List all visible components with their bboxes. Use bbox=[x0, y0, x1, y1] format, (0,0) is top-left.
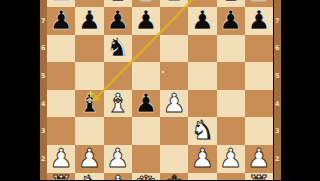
white-pawn-b2[interactable]: ♟ bbox=[78, 144, 101, 170]
square-f4[interactable] bbox=[188, 90, 216, 118]
rank-label-5-right: 5 bbox=[274, 72, 282, 80]
square-a4[interactable] bbox=[47, 90, 75, 118]
square-f2[interactable]: ♟ bbox=[188, 145, 216, 173]
white-pawn-f2[interactable]: ♟ bbox=[191, 144, 214, 170]
square-e3[interactable] bbox=[160, 117, 188, 145]
black-pawn-f7[interactable]: ♟ bbox=[191, 6, 214, 32]
white-bishop-c4[interactable]: ♝ bbox=[106, 89, 129, 115]
square-e5[interactable] bbox=[160, 62, 188, 90]
square-d4[interactable]: ♟ bbox=[132, 90, 160, 118]
black-pawn-c7[interactable]: ♟ bbox=[106, 6, 129, 32]
square-e7[interactable] bbox=[160, 7, 188, 35]
square-h3[interactable] bbox=[245, 117, 273, 145]
board-frame-right: 87654321 bbox=[274, 0, 282, 180]
square-f3[interactable]: ♞ bbox=[188, 117, 216, 145]
square-a2[interactable]: ♟ bbox=[47, 145, 75, 173]
square-f1[interactable] bbox=[188, 173, 216, 181]
square-c1[interactable]: ♝ bbox=[104, 173, 132, 181]
square-b4[interactable]: ♝ bbox=[75, 90, 103, 118]
square-a3[interactable] bbox=[47, 117, 75, 145]
rank-label-6-right: 6 bbox=[274, 44, 282, 52]
black-knight-c6[interactable]: ♞ bbox=[106, 34, 129, 60]
white-pawn-e4[interactable]: ♟ bbox=[162, 89, 185, 115]
square-f5[interactable] bbox=[188, 62, 216, 90]
square-c4[interactable]: ♝ bbox=[104, 90, 132, 118]
square-d3[interactable] bbox=[132, 117, 160, 145]
square-b6[interactable] bbox=[75, 35, 103, 63]
rank-label-6-left: 6 bbox=[40, 44, 48, 52]
white-knight-b1[interactable]: ♞ bbox=[78, 172, 101, 180]
square-c5[interactable] bbox=[104, 62, 132, 90]
square-a5[interactable] bbox=[47, 62, 75, 90]
square-d6[interactable] bbox=[132, 35, 160, 63]
square-b7[interactable]: ♟ bbox=[75, 7, 103, 35]
square-a1[interactable]: ♜ bbox=[47, 173, 75, 181]
square-e8[interactable]: ♚ bbox=[160, 0, 188, 7]
rank-label-7-left: 7 bbox=[40, 17, 48, 25]
black-bishop-b4[interactable]: ♝ bbox=[78, 89, 101, 115]
white-bishop-c1[interactable]: ♝ bbox=[106, 172, 129, 180]
square-c3[interactable] bbox=[104, 117, 132, 145]
board: ♜♝♛♚♞♜♟♟♟♟♟♟♟♞♝♝♟♟♞♟♟♟♟♟♟♜♞♝♛♚♜ bbox=[47, 0, 273, 180]
square-c7[interactable]: ♟ bbox=[104, 7, 132, 35]
square-c2[interactable]: ♟ bbox=[104, 145, 132, 173]
square-h5[interactable] bbox=[245, 62, 273, 90]
square-h6[interactable] bbox=[245, 35, 273, 63]
square-g2[interactable]: ♟ bbox=[217, 145, 245, 173]
black-pawn-d7[interactable]: ♟ bbox=[134, 6, 157, 32]
white-queen-d1[interactable]: ♛ bbox=[134, 172, 157, 180]
square-b2[interactable]: ♟ bbox=[75, 145, 103, 173]
white-king-e1[interactable]: ♚ bbox=[162, 172, 185, 180]
square-h1[interactable]: ♜ bbox=[245, 173, 273, 181]
rank-label-7-right: 7 bbox=[274, 17, 282, 25]
black-pawn-b7[interactable]: ♟ bbox=[78, 6, 101, 32]
rank-label-2-left: 2 bbox=[40, 155, 48, 163]
white-rook-a1[interactable]: ♜ bbox=[49, 172, 72, 180]
white-rook-h1[interactable]: ♜ bbox=[247, 172, 270, 180]
white-pawn-c2[interactable]: ♟ bbox=[106, 144, 129, 170]
black-pawn-d4[interactable]: ♟ bbox=[134, 89, 157, 115]
rank-label-4-right: 4 bbox=[274, 100, 282, 108]
square-d1[interactable]: ♛ bbox=[132, 173, 160, 181]
black-pawn-h7[interactable]: ♟ bbox=[247, 6, 270, 32]
rank-label-5-left: 5 bbox=[40, 72, 48, 80]
square-b5[interactable] bbox=[75, 62, 103, 90]
rank-label-3-right: 3 bbox=[274, 127, 282, 135]
white-pawn-g2[interactable]: ♟ bbox=[219, 144, 242, 170]
square-g6[interactable] bbox=[217, 35, 245, 63]
square-g3[interactable] bbox=[217, 117, 245, 145]
square-h7[interactable]: ♟ bbox=[245, 7, 273, 35]
black-pawn-g7[interactable]: ♟ bbox=[219, 6, 242, 32]
square-d5[interactable] bbox=[132, 62, 160, 90]
square-e2[interactable] bbox=[160, 145, 188, 173]
square-e4[interactable]: ♟ bbox=[160, 90, 188, 118]
square-a7[interactable]: ♟ bbox=[47, 7, 75, 35]
rank-label-4-left: 4 bbox=[40, 100, 48, 108]
square-d2[interactable] bbox=[132, 145, 160, 173]
square-g1[interactable] bbox=[217, 173, 245, 181]
square-a6[interactable] bbox=[47, 35, 75, 63]
black-pawn-a7[interactable]: ♟ bbox=[49, 6, 72, 32]
square-g7[interactable]: ♟ bbox=[217, 7, 245, 35]
square-e6[interactable] bbox=[160, 35, 188, 63]
square-f7[interactable]: ♟ bbox=[188, 7, 216, 35]
square-g4[interactable] bbox=[217, 90, 245, 118]
square-h2[interactable]: ♟ bbox=[245, 145, 273, 173]
square-c6[interactable]: ♞ bbox=[104, 35, 132, 63]
square-b3[interactable] bbox=[75, 117, 103, 145]
black-king-e8[interactable]: ♚ bbox=[162, 0, 185, 5]
square-g5[interactable] bbox=[217, 62, 245, 90]
square-h4[interactable] bbox=[245, 90, 273, 118]
square-f6[interactable] bbox=[188, 35, 216, 63]
square-b1[interactable]: ♞ bbox=[75, 173, 103, 181]
board-frame-left: 87654321 bbox=[40, 0, 48, 180]
rank-label-2-right: 2 bbox=[274, 155, 282, 163]
white-pawn-h2[interactable]: ♟ bbox=[247, 144, 270, 170]
square-d7[interactable]: ♟ bbox=[132, 7, 160, 35]
white-pawn-a2[interactable]: ♟ bbox=[49, 144, 72, 170]
rank-label-3-left: 3 bbox=[40, 127, 48, 135]
square-e1[interactable]: ♚ bbox=[160, 173, 188, 181]
video-frame: 87654321 87654321 ♜♝♛♚♞♜♟♟♟♟♟♟♟♞♝♝♟♟♞♟♟♟… bbox=[0, 0, 320, 180]
white-knight-f3[interactable]: ♞ bbox=[191, 117, 214, 143]
